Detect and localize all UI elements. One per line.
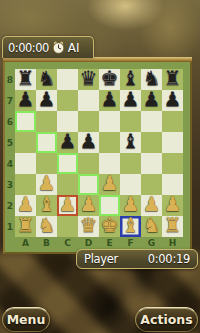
rank-label: 5 <box>5 132 15 153</box>
white-knight: ♞ <box>143 215 161 235</box>
square-g1[interactable]: ♞ <box>141 216 162 237</box>
square-c4[interactable] <box>57 153 78 174</box>
player-label: Player <box>84 252 118 266</box>
rank-label: 7 <box>5 90 15 111</box>
square-a1[interactable]: ♜ <box>15 216 36 237</box>
square-f6[interactable] <box>120 111 141 132</box>
square-h7[interactable]: ♟ <box>162 90 183 111</box>
file-label: E <box>99 237 120 249</box>
square-g6[interactable] <box>141 111 162 132</box>
actions-button[interactable]: Actions <box>135 307 198 332</box>
file-labels: ABCDEFGH <box>15 237 183 249</box>
square-g3[interactable] <box>141 174 162 195</box>
square-h4[interactable] <box>162 153 183 174</box>
white-pawn: ♟ <box>80 194 98 214</box>
square-b7[interactable]: ♟ <box>36 90 57 111</box>
rank-label: 1 <box>5 216 15 237</box>
square-h2[interactable]: ♟ <box>162 195 183 216</box>
square-c7[interactable] <box>57 90 78 111</box>
rank-label: 6 <box>5 111 15 132</box>
white-pawn: ♟ <box>59 194 77 214</box>
white-rook: ♜ <box>164 215 182 235</box>
square-e7[interactable]: ♟ <box>99 90 120 111</box>
black-knight: ♞ <box>38 68 56 88</box>
black-pawn: ♟ <box>17 89 35 109</box>
black-pawn: ♟ <box>122 89 140 109</box>
black-pawn: ♟ <box>38 89 56 109</box>
square-e3[interactable]: ♟ <box>99 174 120 195</box>
square-c8[interactable] <box>57 69 78 90</box>
square-c3[interactable] <box>57 174 78 195</box>
file-label: H <box>162 237 183 249</box>
square-a7[interactable]: ♟ <box>15 90 36 111</box>
square-b8[interactable]: ♞ <box>36 69 57 90</box>
square-d7[interactable] <box>78 90 99 111</box>
alarm-clock-icon <box>52 41 65 54</box>
square-e1[interactable]: ♚ <box>99 216 120 237</box>
black-pawn: ♟ <box>80 131 98 151</box>
square-d6[interactable] <box>78 111 99 132</box>
square-d5[interactable]: ♟ <box>78 132 99 153</box>
ai-timer-text: 0:00:00 <box>8 41 49 55</box>
file-label: B <box>36 237 57 249</box>
square-f2[interactable]: ♟ <box>120 195 141 216</box>
chess-board: 87654321 ♜♞♛♚♝♞♜♟♟♟♟♟♟♟♟♝♟♟♟♝♟♟♟♟♟♜♞♛♚♝♞… <box>3 57 192 254</box>
square-g4[interactable] <box>141 153 162 174</box>
rank-label: 2 <box>5 195 15 216</box>
file-label: G <box>141 237 162 249</box>
square-c2[interactable]: ♟ <box>57 195 78 216</box>
square-e6[interactable] <box>99 111 120 132</box>
square-b3[interactable]: ♟ <box>36 174 57 195</box>
square-e8[interactable]: ♚ <box>99 69 120 90</box>
square-h8[interactable]: ♜ <box>162 69 183 90</box>
rank-label: 4 <box>5 153 15 174</box>
white-pawn: ♟ <box>38 173 56 193</box>
rank-label: 8 <box>5 69 15 90</box>
white-pawn: ♟ <box>143 194 161 214</box>
white-pawn: ♟ <box>122 194 140 214</box>
square-f7[interactable]: ♟ <box>120 90 141 111</box>
black-knight: ♞ <box>143 68 161 88</box>
white-rook: ♜ <box>17 215 35 235</box>
black-pawn: ♟ <box>164 89 182 109</box>
square-f4[interactable] <box>120 153 141 174</box>
black-pawn: ♟ <box>101 89 119 109</box>
square-b4[interactable] <box>36 153 57 174</box>
square-a4[interactable] <box>15 153 36 174</box>
square-b2[interactable]: ♝ <box>36 195 57 216</box>
rank-label: 3 <box>5 174 15 195</box>
square-c1[interactable] <box>57 216 78 237</box>
square-a6[interactable] <box>15 111 36 132</box>
black-pawn: ♟ <box>143 89 161 109</box>
board-frame: 87654321 ♜♞♛♚♝♞♜♟♟♟♟♟♟♟♟♝♟♟♟♝♟♟♟♟♟♜♞♛♚♝♞… <box>3 62 192 254</box>
black-bishop: ♝ <box>122 68 140 88</box>
black-queen: ♛ <box>80 68 98 88</box>
white-pawn: ♟ <box>101 173 119 193</box>
ai-clock-tab: 0:00:00 AI <box>2 36 94 58</box>
player-timer-text: 0:00:19 <box>148 252 190 266</box>
square-e4[interactable] <box>99 153 120 174</box>
square-c6[interactable] <box>57 111 78 132</box>
white-knight: ♞ <box>38 215 56 235</box>
square-g5[interactable] <box>141 132 162 153</box>
black-rook: ♜ <box>164 68 182 88</box>
white-bishop: ♝ <box>122 215 140 235</box>
white-pawn: ♟ <box>17 194 35 214</box>
square-h6[interactable] <box>162 111 183 132</box>
menu-button[interactable]: Menu <box>2 307 50 332</box>
rank-labels: 87654321 <box>5 69 15 237</box>
square-f3[interactable] <box>120 174 141 195</box>
square-g2[interactable]: ♟ <box>141 195 162 216</box>
square-d8[interactable]: ♛ <box>78 69 99 90</box>
square-a2[interactable]: ♟ <box>15 195 36 216</box>
black-king: ♚ <box>101 68 119 88</box>
black-rook: ♜ <box>17 68 35 88</box>
ai-label: AI <box>68 41 80 55</box>
square-e2[interactable] <box>99 195 120 216</box>
square-e5[interactable] <box>99 132 120 153</box>
square-a8[interactable]: ♜ <box>15 69 36 90</box>
white-queen: ♛ <box>80 215 98 235</box>
chess-game-screen: 0:00:00 AI 87654321 ♜♞♛♚♝♞♜♟♟♟♟♟♟♟♟♝♟♟♟♝… <box>0 0 200 333</box>
square-g7[interactable]: ♟ <box>141 90 162 111</box>
square-h1[interactable]: ♜ <box>162 216 183 237</box>
white-king: ♚ <box>101 215 119 235</box>
square-c5[interactable]: ♟ <box>57 132 78 153</box>
square-d4[interactable] <box>78 153 99 174</box>
square-b6[interactable] <box>36 111 57 132</box>
square-f5[interactable]: ♝ <box>120 132 141 153</box>
file-label: A <box>15 237 36 249</box>
white-bishop: ♝ <box>38 194 56 214</box>
square-a5[interactable] <box>15 132 36 153</box>
board-squares: ♜♞♛♚♝♞♜♟♟♟♟♟♟♟♟♝♟♟♟♝♟♟♟♟♟♜♞♛♚♝♞♜ <box>15 69 183 237</box>
file-label: C <box>57 237 78 249</box>
player-clock-bar: Player 0:00:19 <box>76 249 198 269</box>
square-h5[interactable] <box>162 132 183 153</box>
square-a3[interactable] <box>15 174 36 195</box>
square-b1[interactable]: ♞ <box>36 216 57 237</box>
square-f1[interactable]: ♝ <box>120 216 141 237</box>
square-d3[interactable] <box>78 174 99 195</box>
square-b5[interactable] <box>36 132 57 153</box>
square-d2[interactable]: ♟ <box>78 195 99 216</box>
square-g8[interactable]: ♞ <box>141 69 162 90</box>
square-d1[interactable]: ♛ <box>78 216 99 237</box>
square-h3[interactable] <box>162 174 183 195</box>
black-pawn: ♟ <box>59 131 77 151</box>
file-label: D <box>78 237 99 249</box>
white-pawn: ♟ <box>164 194 182 214</box>
black-bishop: ♝ <box>122 131 140 151</box>
file-label: F <box>120 237 141 249</box>
square-f8[interactable]: ♝ <box>120 69 141 90</box>
